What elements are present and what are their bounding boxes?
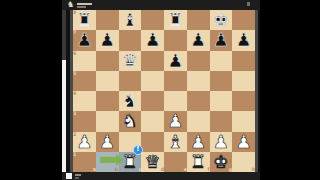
square-e2[interactable]: ♝ bbox=[164, 132, 187, 152]
piece-white-queen[interactable]: ♛ bbox=[145, 153, 161, 171]
piece-black-bishop[interactable]: ♝ bbox=[122, 11, 138, 29]
rank-label-3: 3 bbox=[73, 111, 76, 116]
square-h5[interactable] bbox=[232, 71, 255, 91]
square-d8[interactable] bbox=[141, 10, 164, 30]
board-frame: 8♜♝♜♚7♟♟♟♟♟♟6♛♟54♞3♞♟2♟♟♝♟♟♟1abc♜d♛ef♜g♚… bbox=[70, 10, 258, 172]
square-h8[interactable] bbox=[232, 10, 255, 30]
rank-label-4: 4 bbox=[73, 91, 76, 96]
square-d2[interactable] bbox=[141, 132, 164, 152]
piece-black-pawn[interactable]: ♟ bbox=[145, 31, 161, 49]
square-b1[interactable]: b bbox=[96, 152, 119, 172]
rank-label-5: 5 bbox=[73, 71, 76, 76]
square-f1[interactable]: f♜ bbox=[187, 152, 210, 172]
square-h3[interactable] bbox=[232, 111, 255, 131]
piece-white-rook[interactable]: ♜ bbox=[190, 153, 206, 171]
square-g3[interactable] bbox=[210, 111, 233, 131]
square-e6[interactable]: ♟ bbox=[164, 51, 187, 71]
square-h2[interactable]: ♟ bbox=[232, 132, 255, 152]
square-g7[interactable]: ♟ bbox=[210, 30, 233, 50]
piece-white-pawn[interactable]: ♟ bbox=[76, 133, 92, 151]
square-h6[interactable] bbox=[232, 51, 255, 71]
square-c3[interactable]: ♞ bbox=[119, 111, 142, 131]
piece-white-pawn[interactable]: ♟ bbox=[213, 133, 229, 151]
piece-black-pawn[interactable]: ♟ bbox=[167, 52, 183, 70]
piece-black-pawn[interactable]: ♟ bbox=[76, 31, 92, 49]
square-f3[interactable] bbox=[187, 111, 210, 131]
square-b2[interactable]: ♟ bbox=[96, 132, 119, 152]
good-move-badge: ! bbox=[133, 145, 143, 155]
piece-black-rook[interactable]: ♜ bbox=[76, 11, 92, 29]
square-a5[interactable]: 5 bbox=[73, 71, 96, 91]
piece-white-pawn[interactable]: ♟ bbox=[167, 112, 183, 130]
square-g5[interactable] bbox=[210, 71, 233, 91]
square-h1[interactable]: h bbox=[232, 152, 255, 172]
square-f4[interactable] bbox=[187, 91, 210, 111]
square-b3[interactable] bbox=[96, 111, 119, 131]
square-b7[interactable]: ♟ bbox=[96, 30, 119, 50]
square-f7[interactable]: ♟ bbox=[187, 30, 210, 50]
square-d6[interactable] bbox=[141, 51, 164, 71]
square-a6[interactable]: 6 bbox=[73, 51, 96, 71]
square-b6[interactable] bbox=[96, 51, 119, 71]
rank-label-1: 1 bbox=[73, 152, 76, 157]
square-g2[interactable]: ♟ bbox=[210, 132, 233, 152]
square-c6[interactable]: ♛ bbox=[119, 51, 142, 71]
piece-white-pawn[interactable]: ♟ bbox=[236, 133, 252, 151]
piece-black-pawn[interactable]: ♟ bbox=[190, 31, 206, 49]
square-g8[interactable]: ♚ bbox=[210, 10, 233, 30]
bottom-bar bbox=[62, 172, 260, 180]
settings-dot-icon[interactable] bbox=[247, 2, 250, 6]
square-c4[interactable]: ♞ bbox=[119, 91, 142, 111]
square-d1[interactable]: d♛ bbox=[141, 152, 164, 172]
square-h7[interactable]: ♟ bbox=[232, 30, 255, 50]
stop-square-icon[interactable] bbox=[66, 173, 72, 179]
menu-lines-icon[interactable] bbox=[75, 174, 81, 176]
square-g6[interactable] bbox=[210, 51, 233, 71]
square-e4[interactable] bbox=[164, 91, 187, 111]
piece-black-knight[interactable]: ♞ bbox=[122, 92, 138, 110]
piece-white-pawn[interactable]: ♟ bbox=[99, 133, 115, 151]
square-g1[interactable]: g♚ bbox=[210, 152, 233, 172]
chess-app-window: ♞ 8♜♝♜♚7♟♟♟♟♟♟6♛♟54♞3♞♟2♟♟♝♟♟♟1abc♜d♛ef♜… bbox=[62, 0, 260, 180]
square-e7[interactable] bbox=[164, 30, 187, 50]
menu-lines-icon-2 bbox=[75, 177, 79, 179]
square-b4[interactable] bbox=[96, 91, 119, 111]
header-text-illegible bbox=[77, 3, 92, 5]
square-c7[interactable] bbox=[119, 30, 142, 50]
header-subtext-illegible bbox=[77, 6, 86, 8]
piece-white-rook[interactable]: ♜ bbox=[122, 153, 138, 171]
piece-white-king[interactable]: ♚ bbox=[213, 153, 229, 171]
piece-white-pawn[interactable]: ♟ bbox=[190, 133, 206, 151]
piece-white-knight[interactable]: ♞ bbox=[122, 112, 138, 130]
square-e1[interactable]: e bbox=[164, 152, 187, 172]
square-a2[interactable]: 2♟ bbox=[73, 132, 96, 152]
square-a4[interactable]: 4 bbox=[73, 91, 96, 111]
piece-black-rook[interactable]: ♜ bbox=[167, 11, 183, 29]
square-a1[interactable]: 1a bbox=[73, 152, 96, 172]
chess-board[interactable]: 8♜♝♜♚7♟♟♟♟♟♟6♛♟54♞3♞♟2♟♟♝♟♟♟1abc♜d♛ef♜g♚… bbox=[73, 10, 255, 172]
square-f2[interactable]: ♟ bbox=[187, 132, 210, 152]
rank-label-2: 2 bbox=[73, 132, 76, 137]
square-b8[interactable] bbox=[96, 10, 119, 30]
square-h4[interactable] bbox=[232, 91, 255, 111]
square-c5[interactable] bbox=[119, 71, 142, 91]
square-f5[interactable] bbox=[187, 71, 210, 91]
square-d7[interactable]: ♟ bbox=[141, 30, 164, 50]
square-e8[interactable]: ♜ bbox=[164, 10, 187, 30]
square-d5[interactable] bbox=[141, 71, 164, 91]
rank-label-6: 6 bbox=[73, 51, 76, 56]
piece-black-queen[interactable]: ♛ bbox=[122, 52, 138, 70]
eval-bar-white-part bbox=[62, 60, 66, 172]
square-a7[interactable]: 7♟ bbox=[73, 30, 96, 50]
square-a8[interactable]: 8♜ bbox=[73, 10, 96, 30]
square-b5[interactable] bbox=[96, 71, 119, 91]
square-f8[interactable] bbox=[187, 10, 210, 30]
piece-black-pawn[interactable]: ♟ bbox=[213, 31, 229, 49]
piece-black-pawn[interactable]: ♟ bbox=[99, 31, 115, 49]
eval-bar-black-part bbox=[62, 10, 66, 60]
square-g4[interactable] bbox=[210, 91, 233, 111]
square-d4[interactable] bbox=[141, 91, 164, 111]
square-c1[interactable]: c♜ bbox=[119, 152, 142, 172]
eval-bar bbox=[62, 10, 66, 172]
rank-label-7: 7 bbox=[73, 30, 76, 35]
square-e3[interactable]: ♟ bbox=[164, 111, 187, 131]
piece-white-bishop[interactable]: ♝ bbox=[167, 133, 183, 151]
square-d3[interactable] bbox=[141, 111, 164, 131]
square-e5[interactable] bbox=[164, 71, 187, 91]
square-a3[interactable]: 3 bbox=[73, 111, 96, 131]
square-f6[interactable] bbox=[187, 51, 210, 71]
piece-black-pawn[interactable]: ♟ bbox=[236, 31, 252, 49]
square-c8[interactable]: ♝ bbox=[119, 10, 142, 30]
rank-label-8: 8 bbox=[73, 10, 76, 15]
piece-black-king[interactable]: ♚ bbox=[213, 11, 229, 29]
video-frame: ♞ 8♜♝♜♚7♟♟♟♟♟♟6♛♟54♞3♞♟2♟♟♝♟♟♟1abc♜d♛ef♜… bbox=[0, 0, 320, 180]
